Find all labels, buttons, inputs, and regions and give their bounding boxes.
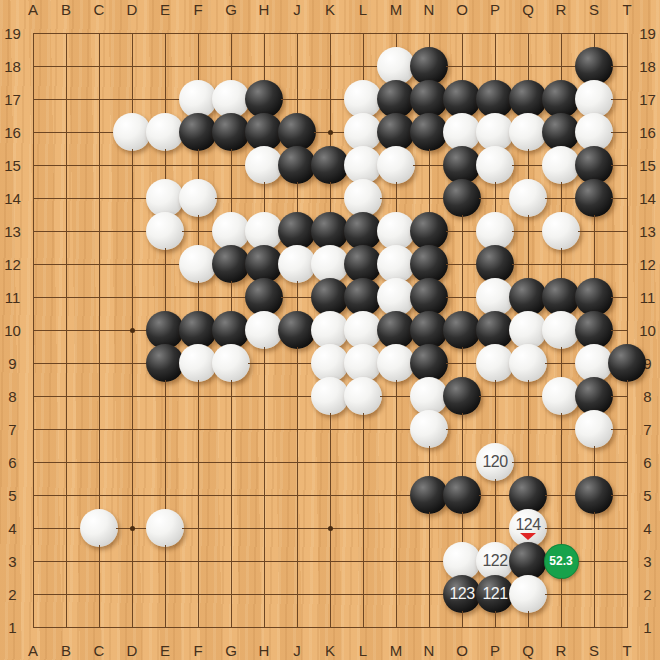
point-N9[interactable]	[413, 347, 446, 380]
point-N10[interactable]	[413, 314, 446, 347]
point-D2[interactable]	[116, 578, 149, 611]
point-R6[interactable]	[545, 446, 578, 479]
point-G12[interactable]	[215, 248, 248, 281]
point-S17[interactable]	[578, 83, 611, 116]
point-M15[interactable]	[380, 149, 413, 182]
point-B6[interactable]	[50, 446, 83, 479]
point-Q2[interactable]	[512, 578, 545, 611]
point-K17[interactable]	[314, 83, 347, 116]
point-S4[interactable]	[578, 512, 611, 545]
point-O13[interactable]	[446, 215, 479, 248]
point-H16[interactable]	[248, 116, 281, 149]
point-C12[interactable]	[83, 248, 116, 281]
point-N19[interactable]	[413, 17, 446, 50]
point-O5[interactable]	[446, 479, 479, 512]
point-Q16[interactable]	[512, 116, 545, 149]
point-H2[interactable]	[248, 578, 281, 611]
point-P13[interactable]	[479, 215, 512, 248]
point-Q1[interactable]	[512, 611, 545, 644]
point-P2[interactable]: 121	[479, 578, 512, 611]
point-L6[interactable]	[347, 446, 380, 479]
point-D6[interactable]	[116, 446, 149, 479]
point-A12[interactable]	[17, 248, 50, 281]
point-M2[interactable]	[380, 578, 413, 611]
point-T2[interactable]	[611, 578, 644, 611]
point-R11[interactable]	[545, 281, 578, 314]
point-N14[interactable]	[413, 182, 446, 215]
point-N12[interactable]	[413, 248, 446, 281]
point-H13[interactable]	[248, 215, 281, 248]
point-K16[interactable]	[314, 116, 347, 149]
point-G7[interactable]	[215, 413, 248, 446]
point-H11[interactable]	[248, 281, 281, 314]
point-G14[interactable]	[215, 182, 248, 215]
point-H8[interactable]	[248, 380, 281, 413]
point-L8[interactable]	[347, 380, 380, 413]
point-Q8[interactable]	[512, 380, 545, 413]
point-E2[interactable]	[149, 578, 182, 611]
point-F2[interactable]	[182, 578, 215, 611]
point-B12[interactable]	[50, 248, 83, 281]
point-A16[interactable]	[17, 116, 50, 149]
point-K4[interactable]	[314, 512, 347, 545]
point-F17[interactable]	[182, 83, 215, 116]
point-C14[interactable]	[83, 182, 116, 215]
point-K15[interactable]	[314, 149, 347, 182]
point-G5[interactable]	[215, 479, 248, 512]
point-M17[interactable]	[380, 83, 413, 116]
point-S16[interactable]	[578, 116, 611, 149]
point-S5[interactable]	[578, 479, 611, 512]
point-T1[interactable]	[611, 611, 644, 644]
point-Q18[interactable]	[512, 50, 545, 83]
point-L11[interactable]	[347, 281, 380, 314]
point-F9[interactable]	[182, 347, 215, 380]
point-L7[interactable]	[347, 413, 380, 446]
point-O18[interactable]	[446, 50, 479, 83]
point-B7[interactable]	[50, 413, 83, 446]
point-R14[interactable]	[545, 182, 578, 215]
point-G18[interactable]	[215, 50, 248, 83]
point-M6[interactable]	[380, 446, 413, 479]
point-P17[interactable]	[479, 83, 512, 116]
point-G1[interactable]	[215, 611, 248, 644]
point-T3[interactable]	[611, 545, 644, 578]
point-J14[interactable]	[281, 182, 314, 215]
point-J2[interactable]	[281, 578, 314, 611]
point-R1[interactable]	[545, 611, 578, 644]
point-D10[interactable]	[116, 314, 149, 347]
point-F4[interactable]	[182, 512, 215, 545]
point-M1[interactable]	[380, 611, 413, 644]
point-R12[interactable]	[545, 248, 578, 281]
point-P9[interactable]	[479, 347, 512, 380]
point-D11[interactable]	[116, 281, 149, 314]
point-L9[interactable]	[347, 347, 380, 380]
point-L1[interactable]	[347, 611, 380, 644]
point-T9[interactable]	[611, 347, 644, 380]
point-G3[interactable]	[215, 545, 248, 578]
point-C10[interactable]	[83, 314, 116, 347]
point-F19[interactable]	[182, 17, 215, 50]
point-H7[interactable]	[248, 413, 281, 446]
point-B3[interactable]	[50, 545, 83, 578]
point-E9[interactable]	[149, 347, 182, 380]
point-A13[interactable]	[17, 215, 50, 248]
point-K11[interactable]	[314, 281, 347, 314]
point-L3[interactable]	[347, 545, 380, 578]
point-Q5[interactable]	[512, 479, 545, 512]
point-L4[interactable]	[347, 512, 380, 545]
point-N1[interactable]	[413, 611, 446, 644]
point-C19[interactable]	[83, 17, 116, 50]
point-T12[interactable]	[611, 248, 644, 281]
point-S11[interactable]	[578, 281, 611, 314]
point-B9[interactable]	[50, 347, 83, 380]
point-F6[interactable]	[182, 446, 215, 479]
point-P6[interactable]: 120	[479, 446, 512, 479]
point-M4[interactable]	[380, 512, 413, 545]
point-J3[interactable]	[281, 545, 314, 578]
point-P7[interactable]	[479, 413, 512, 446]
point-T8[interactable]	[611, 380, 644, 413]
point-M16[interactable]	[380, 116, 413, 149]
point-A18[interactable]	[17, 50, 50, 83]
point-L12[interactable]	[347, 248, 380, 281]
point-D16[interactable]	[116, 116, 149, 149]
point-F11[interactable]	[182, 281, 215, 314]
point-K3[interactable]	[314, 545, 347, 578]
point-N5[interactable]	[413, 479, 446, 512]
point-J12[interactable]	[281, 248, 314, 281]
point-L19[interactable]	[347, 17, 380, 50]
point-K10[interactable]	[314, 314, 347, 347]
point-G11[interactable]	[215, 281, 248, 314]
point-J16[interactable]	[281, 116, 314, 149]
point-N6[interactable]	[413, 446, 446, 479]
point-F3[interactable]	[182, 545, 215, 578]
point-J9[interactable]	[281, 347, 314, 380]
point-O8[interactable]	[446, 380, 479, 413]
point-T10[interactable]	[611, 314, 644, 347]
point-A15[interactable]	[17, 149, 50, 182]
point-O19[interactable]	[446, 17, 479, 50]
point-J6[interactable]	[281, 446, 314, 479]
point-P15[interactable]	[479, 149, 512, 182]
point-H15[interactable]	[248, 149, 281, 182]
point-Q7[interactable]	[512, 413, 545, 446]
point-G15[interactable]	[215, 149, 248, 182]
point-B1[interactable]	[50, 611, 83, 644]
point-S15[interactable]	[578, 149, 611, 182]
point-N16[interactable]	[413, 116, 446, 149]
point-D1[interactable]	[116, 611, 149, 644]
point-B11[interactable]	[50, 281, 83, 314]
point-B14[interactable]	[50, 182, 83, 215]
point-E19[interactable]	[149, 17, 182, 50]
point-S2[interactable]	[578, 578, 611, 611]
point-P5[interactable]	[479, 479, 512, 512]
point-J7[interactable]	[281, 413, 314, 446]
point-E4[interactable]	[149, 512, 182, 545]
point-O6[interactable]	[446, 446, 479, 479]
point-R3[interactable]: 52.3	[545, 545, 578, 578]
point-C7[interactable]	[83, 413, 116, 446]
point-E6[interactable]	[149, 446, 182, 479]
point-M3[interactable]	[380, 545, 413, 578]
point-K6[interactable]	[314, 446, 347, 479]
point-G9[interactable]	[215, 347, 248, 380]
point-D7[interactable]	[116, 413, 149, 446]
point-A17[interactable]	[17, 83, 50, 116]
point-A14[interactable]	[17, 182, 50, 215]
point-H6[interactable]	[248, 446, 281, 479]
point-F16[interactable]	[182, 116, 215, 149]
point-Q13[interactable]	[512, 215, 545, 248]
point-J5[interactable]	[281, 479, 314, 512]
point-B17[interactable]	[50, 83, 83, 116]
point-M13[interactable]	[380, 215, 413, 248]
point-A2[interactable]	[17, 578, 50, 611]
point-J17[interactable]	[281, 83, 314, 116]
point-P14[interactable]	[479, 182, 512, 215]
point-C2[interactable]	[83, 578, 116, 611]
point-R9[interactable]	[545, 347, 578, 380]
point-S10[interactable]	[578, 314, 611, 347]
point-H1[interactable]	[248, 611, 281, 644]
point-R2[interactable]	[545, 578, 578, 611]
point-O3[interactable]	[446, 545, 479, 578]
point-C5[interactable]	[83, 479, 116, 512]
point-E5[interactable]	[149, 479, 182, 512]
point-H5[interactable]	[248, 479, 281, 512]
point-T15[interactable]	[611, 149, 644, 182]
point-T17[interactable]	[611, 83, 644, 116]
point-J18[interactable]	[281, 50, 314, 83]
point-B16[interactable]	[50, 116, 83, 149]
point-O14[interactable]	[446, 182, 479, 215]
point-R15[interactable]	[545, 149, 578, 182]
point-E11[interactable]	[149, 281, 182, 314]
point-P8[interactable]	[479, 380, 512, 413]
point-N13[interactable]	[413, 215, 446, 248]
point-M12[interactable]	[380, 248, 413, 281]
point-P11[interactable]	[479, 281, 512, 314]
point-E1[interactable]	[149, 611, 182, 644]
point-D19[interactable]	[116, 17, 149, 50]
point-A8[interactable]	[17, 380, 50, 413]
point-M7[interactable]	[380, 413, 413, 446]
point-P3[interactable]: 122	[479, 545, 512, 578]
point-H17[interactable]	[248, 83, 281, 116]
point-Q10[interactable]	[512, 314, 545, 347]
point-K2[interactable]	[314, 578, 347, 611]
point-D14[interactable]	[116, 182, 149, 215]
point-H9[interactable]	[248, 347, 281, 380]
point-D3[interactable]	[116, 545, 149, 578]
point-C6[interactable]	[83, 446, 116, 479]
point-Q19[interactable]	[512, 17, 545, 50]
point-F13[interactable]	[182, 215, 215, 248]
point-P19[interactable]	[479, 17, 512, 50]
point-M14[interactable]	[380, 182, 413, 215]
point-S14[interactable]	[578, 182, 611, 215]
point-C17[interactable]	[83, 83, 116, 116]
point-N11[interactable]	[413, 281, 446, 314]
point-E10[interactable]	[149, 314, 182, 347]
point-F5[interactable]	[182, 479, 215, 512]
point-P16[interactable]	[479, 116, 512, 149]
point-N8[interactable]	[413, 380, 446, 413]
point-B13[interactable]	[50, 215, 83, 248]
point-K8[interactable]	[314, 380, 347, 413]
point-B19[interactable]	[50, 17, 83, 50]
point-S8[interactable]	[578, 380, 611, 413]
point-K18[interactable]	[314, 50, 347, 83]
point-F18[interactable]	[182, 50, 215, 83]
point-E18[interactable]	[149, 50, 182, 83]
point-G13[interactable]	[215, 215, 248, 248]
point-O7[interactable]	[446, 413, 479, 446]
point-D12[interactable]	[116, 248, 149, 281]
point-C4[interactable]	[83, 512, 116, 545]
point-A19[interactable]	[17, 17, 50, 50]
point-L17[interactable]	[347, 83, 380, 116]
point-N15[interactable]	[413, 149, 446, 182]
point-P18[interactable]	[479, 50, 512, 83]
point-H3[interactable]	[248, 545, 281, 578]
point-L10[interactable]	[347, 314, 380, 347]
point-S1[interactable]	[578, 611, 611, 644]
point-O11[interactable]	[446, 281, 479, 314]
point-F14[interactable]	[182, 182, 215, 215]
point-O1[interactable]	[446, 611, 479, 644]
point-N17[interactable]	[413, 83, 446, 116]
point-N3[interactable]	[413, 545, 446, 578]
point-R19[interactable]	[545, 17, 578, 50]
point-E8[interactable]	[149, 380, 182, 413]
point-P1[interactable]	[479, 611, 512, 644]
point-E3[interactable]	[149, 545, 182, 578]
point-D13[interactable]	[116, 215, 149, 248]
point-S18[interactable]	[578, 50, 611, 83]
point-L14[interactable]	[347, 182, 380, 215]
point-B8[interactable]	[50, 380, 83, 413]
point-R18[interactable]	[545, 50, 578, 83]
point-T6[interactable]	[611, 446, 644, 479]
point-A3[interactable]	[17, 545, 50, 578]
point-Q12[interactable]	[512, 248, 545, 281]
point-D15[interactable]	[116, 149, 149, 182]
point-C3[interactable]	[83, 545, 116, 578]
point-O4[interactable]	[446, 512, 479, 545]
point-R10[interactable]	[545, 314, 578, 347]
point-D5[interactable]	[116, 479, 149, 512]
point-Q17[interactable]	[512, 83, 545, 116]
point-G8[interactable]	[215, 380, 248, 413]
point-E15[interactable]	[149, 149, 182, 182]
point-T14[interactable]	[611, 182, 644, 215]
point-G2[interactable]	[215, 578, 248, 611]
point-E17[interactable]	[149, 83, 182, 116]
point-P10[interactable]	[479, 314, 512, 347]
point-J15[interactable]	[281, 149, 314, 182]
point-T11[interactable]	[611, 281, 644, 314]
point-C13[interactable]	[83, 215, 116, 248]
point-C16[interactable]	[83, 116, 116, 149]
point-R4[interactable]	[545, 512, 578, 545]
point-T5[interactable]	[611, 479, 644, 512]
point-K7[interactable]	[314, 413, 347, 446]
point-S19[interactable]	[578, 17, 611, 50]
point-D8[interactable]	[116, 380, 149, 413]
point-S9[interactable]	[578, 347, 611, 380]
point-A6[interactable]	[17, 446, 50, 479]
point-J10[interactable]	[281, 314, 314, 347]
point-Q15[interactable]	[512, 149, 545, 182]
point-P4[interactable]	[479, 512, 512, 545]
point-H10[interactable]	[248, 314, 281, 347]
point-J11[interactable]	[281, 281, 314, 314]
point-L5[interactable]	[347, 479, 380, 512]
point-J13[interactable]	[281, 215, 314, 248]
point-S6[interactable]	[578, 446, 611, 479]
point-E12[interactable]	[149, 248, 182, 281]
point-M9[interactable]	[380, 347, 413, 380]
point-H14[interactable]	[248, 182, 281, 215]
point-L2[interactable]	[347, 578, 380, 611]
point-O17[interactable]	[446, 83, 479, 116]
point-C9[interactable]	[83, 347, 116, 380]
point-A7[interactable]	[17, 413, 50, 446]
point-O2[interactable]: 123	[446, 578, 479, 611]
point-H18[interactable]	[248, 50, 281, 83]
point-H4[interactable]	[248, 512, 281, 545]
point-N4[interactable]	[413, 512, 446, 545]
point-C15[interactable]	[83, 149, 116, 182]
point-D9[interactable]	[116, 347, 149, 380]
point-L18[interactable]	[347, 50, 380, 83]
point-A10[interactable]	[17, 314, 50, 347]
point-B4[interactable]	[50, 512, 83, 545]
point-R5[interactable]	[545, 479, 578, 512]
point-T4[interactable]	[611, 512, 644, 545]
point-K12[interactable]	[314, 248, 347, 281]
point-Q6[interactable]	[512, 446, 545, 479]
point-M5[interactable]	[380, 479, 413, 512]
point-R8[interactable]	[545, 380, 578, 413]
point-F7[interactable]	[182, 413, 215, 446]
point-M10[interactable]	[380, 314, 413, 347]
point-E13[interactable]	[149, 215, 182, 248]
point-G6[interactable]	[215, 446, 248, 479]
point-D4[interactable]	[116, 512, 149, 545]
point-T18[interactable]	[611, 50, 644, 83]
point-T19[interactable]	[611, 17, 644, 50]
point-F10[interactable]	[182, 314, 215, 347]
point-J8[interactable]	[281, 380, 314, 413]
point-H19[interactable]	[248, 17, 281, 50]
point-K19[interactable]	[314, 17, 347, 50]
point-A1[interactable]	[17, 611, 50, 644]
point-K14[interactable]	[314, 182, 347, 215]
point-O10[interactable]	[446, 314, 479, 347]
point-C1[interactable]	[83, 611, 116, 644]
point-E14[interactable]	[149, 182, 182, 215]
point-N2[interactable]	[413, 578, 446, 611]
point-N18[interactable]	[413, 50, 446, 83]
point-S3[interactable]	[578, 545, 611, 578]
